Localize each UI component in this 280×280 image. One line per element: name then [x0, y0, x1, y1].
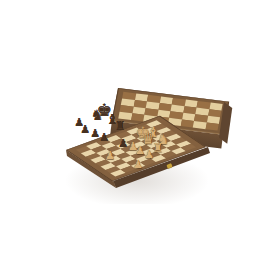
product-photo-chess-set: ♚♞♝♟♜♟♟♝♚♟♞♛♟♟♜♟♟♟♟ [0, 0, 280, 280]
chess-piece-dark-k-c8: ♚ [96, 102, 111, 119]
chess-piece-dark-n-b7: ♞ [91, 108, 104, 122]
chess-piece-dark-p-a6: ♟ [80, 124, 90, 135]
chess-piece-dark-p-a7: ♟ [74, 117, 84, 128]
square [205, 122, 219, 130]
